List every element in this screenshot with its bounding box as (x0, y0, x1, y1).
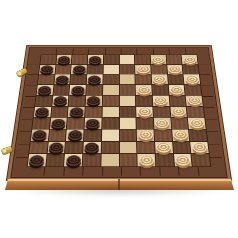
draughts-board (7, 46, 231, 180)
board-square[interactable] (67, 118, 84, 129)
board-square[interactable] (84, 129, 101, 140)
checker-piece-light[interactable] (138, 130, 152, 140)
checker-piece-dark[interactable] (66, 155, 81, 165)
board-square[interactable] (151, 55, 166, 64)
board-square[interactable] (186, 95, 203, 105)
board-square[interactable] (190, 142, 208, 154)
board-square[interactable] (172, 129, 190, 140)
board-square[interactable] (35, 95, 52, 105)
board-square[interactable] (29, 142, 47, 154)
checker-piece-dark[interactable] (86, 119, 100, 128)
board-square[interactable] (39, 65, 55, 74)
board-square[interactable] (173, 142, 191, 154)
board-square[interactable] (119, 106, 135, 117)
checker-piece-light[interactable] (153, 75, 167, 83)
checker-piece-light[interactable] (189, 119, 204, 128)
board-square[interactable] (104, 55, 119, 64)
board-square[interactable] (103, 95, 119, 105)
board-shadow (8, 187, 230, 196)
board-square[interactable] (40, 55, 56, 64)
checker-piece-dark[interactable] (89, 56, 102, 64)
checker-piece-light[interactable] (152, 56, 165, 64)
board-square[interactable] (47, 142, 65, 154)
board-square[interactable] (155, 142, 173, 154)
checker-piece-dark[interactable] (29, 155, 45, 165)
board-square[interactable] (87, 75, 103, 85)
board-square[interactable] (119, 65, 134, 74)
checker-piece-light[interactable] (154, 96, 168, 105)
board-square[interactable] (119, 55, 134, 64)
board-square[interactable] (137, 129, 154, 140)
board-square[interactable] (138, 154, 156, 166)
checker-piece-light[interactable] (192, 143, 207, 153)
board-square[interactable] (189, 129, 207, 140)
board-square[interactable] (103, 85, 119, 95)
checker-piece-light[interactable] (168, 65, 181, 73)
board-square[interactable] (103, 65, 118, 74)
board-square[interactable] (53, 85, 69, 95)
checker-piece-dark[interactable] (35, 107, 50, 116)
checker-piece-light[interactable] (139, 155, 154, 165)
board-square[interactable] (32, 118, 50, 129)
board-square[interactable] (65, 142, 83, 154)
board-square[interactable] (135, 65, 150, 74)
board-square[interactable] (137, 118, 154, 129)
board-square[interactable] (88, 55, 103, 64)
checker-piece-dark[interactable] (53, 96, 67, 105)
board-square[interactable] (87, 65, 102, 74)
board-square[interactable] (86, 85, 102, 95)
board-square[interactable] (28, 154, 47, 166)
checkers-product-photo (0, 0, 238, 238)
board-square[interactable] (70, 85, 86, 95)
checker-piece-dark[interactable] (32, 130, 47, 140)
checker-piece-dark[interactable] (88, 75, 101, 83)
board-square[interactable] (166, 55, 182, 64)
checker-piece-dark[interactable] (85, 143, 100, 153)
board-square[interactable] (70, 75, 86, 85)
checker-piece-light[interactable] (173, 130, 188, 140)
board-square[interactable] (64, 154, 82, 166)
board-square[interactable] (102, 106, 118, 117)
checker-piece-light[interactable] (138, 107, 152, 116)
checker-piece-light[interactable] (170, 86, 184, 94)
checker-piece-dark[interactable] (71, 86, 85, 94)
checker-piece-light[interactable] (185, 75, 199, 83)
board-square[interactable] (66, 129, 83, 140)
board-border-strip (10, 47, 227, 178)
checker-piece-light[interactable] (187, 96, 201, 105)
board-square[interactable] (119, 118, 135, 129)
board-square[interactable] (83, 154, 101, 166)
board-square[interactable] (102, 118, 119, 129)
board-square[interactable] (119, 142, 136, 154)
board-square[interactable] (69, 95, 85, 105)
board-square[interactable] (170, 106, 187, 117)
board-square[interactable] (119, 75, 134, 85)
board-square[interactable] (71, 65, 87, 74)
board-square[interactable] (169, 95, 186, 105)
board-square[interactable] (54, 75, 70, 85)
checker-piece-dark[interactable] (87, 96, 101, 105)
board-square[interactable] (86, 95, 102, 105)
board-square[interactable] (185, 85, 202, 95)
board-square[interactable] (85, 106, 101, 117)
board-square[interactable] (50, 118, 67, 129)
board-square[interactable] (119, 154, 136, 166)
board-square[interactable] (187, 106, 204, 117)
board-square[interactable] (167, 65, 183, 74)
board-square[interactable] (31, 129, 49, 140)
board-square[interactable] (174, 154, 192, 166)
checker-piece-light[interactable] (156, 143, 171, 153)
board-square[interactable] (34, 106, 51, 117)
checker-piece-dark[interactable] (69, 107, 83, 116)
checker-piece-light[interactable] (175, 155, 191, 165)
board-square[interactable] (46, 154, 64, 166)
board-square[interactable] (135, 55, 150, 64)
board-square[interactable] (101, 142, 118, 154)
board-square[interactable] (183, 65, 199, 74)
board-square[interactable] (188, 118, 206, 129)
board-square[interactable] (156, 154, 174, 166)
board-square[interactable] (154, 129, 171, 140)
board-square[interactable] (72, 55, 87, 64)
board-square[interactable] (119, 95, 135, 105)
checker-piece-light[interactable] (137, 86, 151, 94)
board-square[interactable] (154, 118, 171, 129)
checker-piece-light[interactable] (136, 65, 149, 73)
board-square[interactable] (168, 85, 184, 95)
board-square[interactable] (136, 106, 152, 117)
board-square[interactable] (83, 142, 100, 154)
checker-piece-dark[interactable] (72, 65, 85, 73)
board-square[interactable] (103, 75, 118, 85)
border-strip-bottom (26, 167, 213, 176)
board-square[interactable] (119, 85, 135, 95)
board-square[interactable] (56, 55, 72, 64)
checker-piece-dark[interactable] (38, 86, 52, 94)
checker-piece-light[interactable] (155, 119, 169, 128)
board-square[interactable] (182, 55, 198, 64)
board-square[interactable] (37, 85, 54, 95)
board-square[interactable] (85, 118, 102, 129)
checker-piece-light[interactable] (171, 107, 185, 116)
checker-piece-dark[interactable] (57, 56, 70, 64)
board-square[interactable] (168, 75, 184, 85)
board-square[interactable] (135, 75, 151, 85)
board-square[interactable] (137, 142, 154, 154)
checker-piece-dark[interactable] (51, 119, 66, 128)
board-square[interactable] (55, 65, 71, 74)
board-square[interactable] (171, 118, 188, 129)
board-square[interactable] (151, 65, 167, 74)
board-square[interactable] (52, 95, 69, 105)
board-square[interactable] (152, 85, 168, 95)
board-square[interactable] (51, 106, 68, 117)
board-square[interactable] (153, 95, 169, 105)
board-square[interactable] (38, 75, 54, 85)
board-grid (27, 55, 212, 168)
checker-piece-dark[interactable] (55, 75, 69, 83)
board-square[interactable] (136, 95, 152, 105)
board-square[interactable] (68, 106, 85, 117)
checker-piece-dark[interactable] (68, 130, 83, 140)
checker-piece-dark[interactable] (40, 65, 54, 73)
checker-piece-light[interactable] (183, 56, 196, 64)
checker-piece-dark[interactable] (49, 143, 64, 153)
board-square[interactable] (184, 75, 200, 85)
board-square[interactable] (153, 106, 170, 117)
board-square[interactable] (49, 129, 67, 140)
board-square[interactable] (152, 75, 168, 85)
board-square[interactable] (192, 154, 211, 166)
board-square[interactable] (136, 85, 152, 95)
board-square[interactable] (119, 129, 136, 140)
board-square[interactable] (101, 154, 118, 166)
board-square[interactable] (102, 129, 119, 140)
